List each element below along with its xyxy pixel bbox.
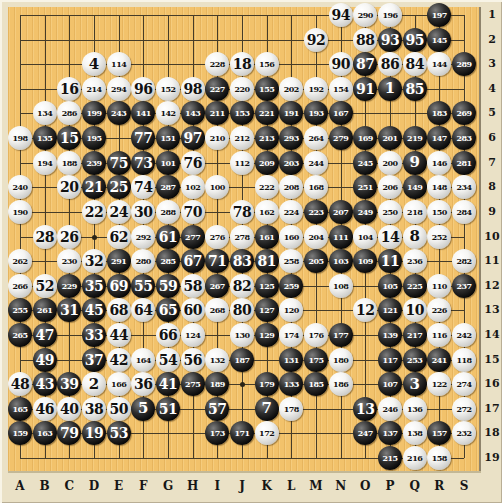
stone-K10[interactable]: 161 <box>255 225 279 249</box>
stone-R1[interactable]: 197 <box>427 3 451 27</box>
stone-I16[interactable]: 189 <box>205 372 229 396</box>
stone-L14[interactable]: 174 <box>279 323 303 347</box>
stone-P19[interactable]: 215 <box>378 446 402 470</box>
stone-J10[interactable]: 278 <box>230 225 254 249</box>
board-bottom-shadow <box>8 471 481 473</box>
row-label-18: 18 <box>484 426 500 439</box>
stone-P12[interactable]: 105 <box>378 274 402 298</box>
stone-P13[interactable]: 121 <box>378 298 402 322</box>
stone-J18[interactable]: 171 <box>230 421 254 445</box>
stone-P7[interactable]: 200 <box>378 151 402 175</box>
stone-N6[interactable]: 279 <box>329 126 353 150</box>
stone-R19[interactable]: 158 <box>427 446 451 470</box>
stone-J5[interactable]: 153 <box>230 101 254 125</box>
column-label-F: F <box>133 479 153 493</box>
stone-G8[interactable]: 287 <box>156 175 180 199</box>
stone-Q12[interactable]: 225 <box>403 274 427 298</box>
stone-C18[interactable]: 79 <box>57 421 81 445</box>
stone-N1[interactable]: 94 <box>329 3 353 27</box>
row-label-5: 5 <box>484 106 500 119</box>
stone-B17[interactable]: 46 <box>33 397 57 421</box>
stone-O6[interactable]: 169 <box>353 126 377 150</box>
stone-G13[interactable]: 65 <box>156 298 180 322</box>
stone-H16[interactable]: 275 <box>181 372 205 396</box>
stone-S18[interactable]: 232 <box>452 421 476 445</box>
stone-M15[interactable]: 175 <box>304 348 328 372</box>
star-point <box>240 382 245 387</box>
stone-Q6[interactable]: 219 <box>403 126 427 150</box>
stone-S15[interactable]: 118 <box>452 348 476 372</box>
column-label-Q: Q <box>405 479 425 493</box>
stone-S9[interactable]: 284 <box>452 200 476 224</box>
stone-O13[interactable]: 12 <box>353 298 377 322</box>
stone-K3[interactable]: 156 <box>255 52 279 76</box>
stone-C12[interactable]: 229 <box>57 274 81 298</box>
stone-B16[interactable]: 43 <box>33 372 57 396</box>
stone-D12[interactable]: 35 <box>82 274 106 298</box>
stone-J11[interactable]: 83 <box>230 249 254 273</box>
stone-C10[interactable]: 26 <box>57 225 81 249</box>
row-label-15: 15 <box>484 353 500 366</box>
stone-F7[interactable]: 73 <box>131 151 155 175</box>
stone-N16[interactable]: 186 <box>329 372 353 396</box>
stone-G14[interactable]: 66 <box>156 323 180 347</box>
stone-M14[interactable]: 176 <box>304 323 328 347</box>
stone-H6[interactable]: 97 <box>181 126 205 150</box>
stone-O17[interactable]: 13 <box>353 397 377 421</box>
stone-I4[interactable]: 227 <box>205 77 229 101</box>
stone-B5[interactable]: 134 <box>33 101 57 125</box>
stone-O2[interactable]: 88 <box>353 28 377 52</box>
stone-Q17[interactable]: 136 <box>403 397 427 421</box>
stone-M7[interactable]: 244 <box>304 151 328 175</box>
stone-L13[interactable]: 120 <box>279 298 303 322</box>
stone-Q8[interactable]: 149 <box>403 175 427 199</box>
stone-H9[interactable]: 70 <box>181 200 205 224</box>
stone-N14[interactable]: 177 <box>329 323 353 347</box>
stone-R6[interactable]: 147 <box>427 126 451 150</box>
stone-K7[interactable]: 209 <box>255 151 279 175</box>
row-label-14: 14 <box>484 328 500 341</box>
row-label-10: 10 <box>484 230 500 243</box>
stone-I18[interactable]: 173 <box>205 421 229 445</box>
stone-R18[interactable]: 157 <box>427 421 451 445</box>
stone-J7[interactable]: 112 <box>230 151 254 175</box>
stone-H15[interactable]: 56 <box>181 348 205 372</box>
stone-N9[interactable]: 207 <box>329 200 353 224</box>
stone-L7[interactable]: 203 <box>279 151 303 175</box>
stone-B7[interactable]: 194 <box>33 151 57 175</box>
stone-L5[interactable]: 191 <box>279 101 303 125</box>
stone-E8[interactable]: 25 <box>107 175 131 199</box>
stone-E15[interactable]: 42 <box>107 348 131 372</box>
stone-E7[interactable]: 75 <box>107 151 131 175</box>
column-label-P: P <box>380 479 400 493</box>
stone-Q10[interactable]: 8 <box>403 225 427 249</box>
stone-F6[interactable]: 77 <box>131 126 155 150</box>
stone-D3[interactable]: 4 <box>82 52 106 76</box>
stone-E14[interactable]: 44 <box>107 323 131 347</box>
stone-P6[interactable]: 201 <box>378 126 402 150</box>
stone-C11[interactable]: 230 <box>57 249 81 273</box>
stone-H13[interactable]: 60 <box>181 298 205 322</box>
column-label-C: C <box>59 479 79 493</box>
stone-J13[interactable]: 80 <box>230 298 254 322</box>
stone-B12[interactable]: 52 <box>33 274 57 298</box>
stone-R2[interactable]: 145 <box>427 28 451 52</box>
stone-O1[interactable]: 290 <box>353 3 377 27</box>
column-label-I: I <box>207 479 227 493</box>
stone-K13[interactable]: 127 <box>255 298 279 322</box>
stone-A6[interactable]: 198 <box>8 126 32 150</box>
row-label-8: 8 <box>484 180 500 193</box>
stone-F10[interactable]: 292 <box>131 225 155 249</box>
stone-R13[interactable]: 226 <box>427 298 451 322</box>
row-label-17: 17 <box>484 402 500 415</box>
stone-D5[interactable]: 199 <box>82 101 106 125</box>
column-label-L: L <box>281 479 301 493</box>
goban[interactable]: 9429019619792889395145411422818156908786… <box>8 7 481 473</box>
stone-N11[interactable]: 103 <box>329 249 353 273</box>
stone-O9[interactable]: 249 <box>353 200 377 224</box>
stone-A12[interactable]: 266 <box>8 274 32 298</box>
stone-Q7[interactable]: 9 <box>403 151 427 175</box>
stone-R14[interactable]: 116 <box>427 323 451 347</box>
stone-R16[interactable]: 122 <box>427 372 451 396</box>
row-label-4: 4 <box>484 82 500 95</box>
stone-M4[interactable]: 192 <box>304 77 328 101</box>
stone-S14[interactable]: 242 <box>452 323 476 347</box>
stone-D4[interactable]: 214 <box>82 77 106 101</box>
stone-J6[interactable]: 212 <box>230 126 254 150</box>
stone-P17[interactable]: 246 <box>378 397 402 421</box>
stone-S16[interactable]: 274 <box>452 372 476 396</box>
stone-K17[interactable]: 7 <box>255 397 279 421</box>
stone-F9[interactable]: 30 <box>131 200 155 224</box>
row-label-16: 16 <box>484 377 500 390</box>
stone-Q11[interactable]: 236 <box>403 249 427 273</box>
column-label-O: O <box>355 479 375 493</box>
stone-G16[interactable]: 41 <box>156 372 180 396</box>
stone-I11[interactable]: 71 <box>205 249 229 273</box>
stone-K4[interactable]: 155 <box>255 77 279 101</box>
stone-A11[interactable]: 262 <box>8 249 32 273</box>
stone-B6[interactable]: 135 <box>33 126 57 150</box>
stone-E17[interactable]: 50 <box>107 397 131 421</box>
stone-H8[interactable]: 102 <box>181 175 205 199</box>
stone-B18[interactable]: 163 <box>33 421 57 445</box>
stone-G12[interactable]: 59 <box>156 274 180 298</box>
stone-D13[interactable]: 45 <box>82 298 106 322</box>
column-label-K: K <box>257 479 277 493</box>
stone-M5[interactable]: 193 <box>304 101 328 125</box>
stone-Q3[interactable]: 84 <box>403 52 427 76</box>
stone-E9[interactable]: 24 <box>107 200 131 224</box>
stone-D6[interactable]: 195 <box>82 126 106 150</box>
stone-S6[interactable]: 283 <box>452 126 476 150</box>
stone-N10[interactable]: 111 <box>329 225 353 249</box>
stone-F15[interactable]: 164 <box>131 348 155 372</box>
stone-L15[interactable]: 131 <box>279 348 303 372</box>
stone-P15[interactable]: 117 <box>378 348 402 372</box>
stone-P3[interactable]: 86 <box>378 52 402 76</box>
stone-K5[interactable]: 221 <box>255 101 279 125</box>
stone-Q4[interactable]: 85 <box>403 77 427 101</box>
stone-G17[interactable]: 51 <box>156 397 180 421</box>
stone-G5[interactable]: 142 <box>156 101 180 125</box>
stone-L16[interactable]: 133 <box>279 372 303 396</box>
stone-O7[interactable]: 245 <box>353 151 377 175</box>
row-label-12: 12 <box>484 279 500 292</box>
stone-K14[interactable]: 129 <box>255 323 279 347</box>
stone-P11[interactable]: 11 <box>378 249 402 273</box>
stone-G4[interactable]: 152 <box>156 77 180 101</box>
stone-N15[interactable]: 180 <box>329 348 353 372</box>
stone-E3[interactable]: 114 <box>107 52 131 76</box>
stone-O3[interactable]: 87 <box>353 52 377 76</box>
stone-L10[interactable]: 160 <box>279 225 303 249</box>
stone-D7[interactable]: 239 <box>82 151 106 175</box>
stone-I17[interactable]: 57 <box>205 397 229 421</box>
stone-G15[interactable]: 54 <box>156 348 180 372</box>
stone-R15[interactable]: 241 <box>427 348 451 372</box>
column-label-D: D <box>84 479 104 493</box>
stone-M16[interactable]: 185 <box>304 372 328 396</box>
stone-H14[interactable]: 124 <box>181 323 205 347</box>
stone-F12[interactable]: 55 <box>131 274 155 298</box>
stone-Q18[interactable]: 138 <box>403 421 427 445</box>
stone-M2[interactable]: 92 <box>304 28 328 52</box>
column-label-E: E <box>109 479 129 493</box>
row-label-7: 7 <box>484 156 500 169</box>
row-label-2: 2 <box>484 33 500 46</box>
stone-P4[interactable]: 1 <box>378 77 402 101</box>
stone-F11[interactable]: 280 <box>131 249 155 273</box>
stone-J3[interactable]: 18 <box>230 52 254 76</box>
stone-S3[interactable]: 289 <box>452 52 476 76</box>
stone-F13[interactable]: 64 <box>131 298 155 322</box>
stone-I3[interactable]: 228 <box>205 52 229 76</box>
stone-Q14[interactable]: 217 <box>403 323 427 347</box>
stone-H7[interactable]: 76 <box>181 151 205 175</box>
stone-O10[interactable]: 104 <box>353 225 377 249</box>
stone-C13[interactable]: 31 <box>57 298 81 322</box>
row-label-1: 1 <box>484 8 500 21</box>
stone-S11[interactable]: 282 <box>452 249 476 273</box>
stone-F17[interactable]: 5 <box>131 397 155 421</box>
row-label-9: 9 <box>484 205 500 218</box>
stone-S8[interactable]: 234 <box>452 175 476 199</box>
stone-J9[interactable]: 78 <box>230 200 254 224</box>
stone-A14[interactable]: 265 <box>8 323 32 347</box>
column-label-B: B <box>35 479 55 493</box>
stone-L9[interactable]: 224 <box>279 200 303 224</box>
stone-D16[interactable]: 2 <box>82 372 106 396</box>
star-point <box>92 235 97 240</box>
stone-M10[interactable]: 204 <box>304 225 328 249</box>
stone-Q15[interactable]: 253 <box>403 348 427 372</box>
stone-G9[interactable]: 288 <box>156 200 180 224</box>
stone-S7[interactable]: 281 <box>452 151 476 175</box>
column-label-N: N <box>331 479 351 493</box>
stone-R8[interactable]: 148 <box>427 175 451 199</box>
stone-A16[interactable]: 48 <box>8 372 32 396</box>
stone-E12[interactable]: 69 <box>107 274 131 298</box>
stone-I10[interactable]: 276 <box>205 225 229 249</box>
column-label-H: H <box>183 479 203 493</box>
stone-F4[interactable]: 96 <box>131 77 155 101</box>
stone-S5[interactable]: 269 <box>452 101 476 125</box>
stone-M11[interactable]: 205 <box>304 249 328 273</box>
row-label-3: 3 <box>484 57 500 70</box>
stone-M8[interactable]: 168 <box>304 175 328 199</box>
stone-L12[interactable]: 259 <box>279 274 303 298</box>
row-label-11: 11 <box>484 254 500 267</box>
stone-G7[interactable]: 101 <box>156 151 180 175</box>
stone-R12[interactable]: 110 <box>427 274 451 298</box>
stone-M6[interactable]: 264 <box>304 126 328 150</box>
stone-C4[interactable]: 16 <box>57 77 81 101</box>
stone-S17[interactable]: 272 <box>452 397 476 421</box>
stone-D17[interactable]: 38 <box>82 397 106 421</box>
stone-D8[interactable]: 21 <box>82 175 106 199</box>
stone-P14[interactable]: 139 <box>378 323 402 347</box>
stone-B10[interactable]: 28 <box>33 225 57 249</box>
stone-H5[interactable]: 143 <box>181 101 205 125</box>
stone-Q16[interactable]: 3 <box>403 372 427 396</box>
stone-C8[interactable]: 20 <box>57 175 81 199</box>
stone-G11[interactable]: 285 <box>156 249 180 273</box>
stone-C17[interactable]: 40 <box>57 397 81 421</box>
stone-R5[interactable]: 183 <box>427 101 451 125</box>
stone-H4[interactable]: 98 <box>181 77 205 101</box>
stone-R10[interactable]: 252 <box>427 225 451 249</box>
stone-Q13[interactable]: 10 <box>403 298 427 322</box>
stone-M9[interactable]: 223 <box>304 200 328 224</box>
column-label-A: A <box>10 479 30 493</box>
stone-I8[interactable]: 100 <box>205 175 229 199</box>
stone-C6[interactable]: 15 <box>57 126 81 150</box>
stone-L4[interactable]: 202 <box>279 77 303 101</box>
stone-R9[interactable]: 150 <box>427 200 451 224</box>
stone-J12[interactable]: 82 <box>230 274 254 298</box>
stone-O4[interactable]: 91 <box>353 77 377 101</box>
stone-N12[interactable]: 108 <box>329 274 353 298</box>
stone-H10[interactable]: 277 <box>181 225 205 249</box>
stone-Q2[interactable]: 95 <box>403 28 427 52</box>
stone-H11[interactable]: 67 <box>181 249 205 273</box>
stone-S12[interactable]: 237 <box>452 274 476 298</box>
stone-A9[interactable]: 190 <box>8 200 32 224</box>
stone-I12[interactable]: 267 <box>205 274 229 298</box>
stone-E4[interactable]: 294 <box>107 77 131 101</box>
stone-E5[interactable]: 243 <box>107 101 131 125</box>
stone-J4[interactable]: 220 <box>230 77 254 101</box>
stone-O11[interactable]: 109 <box>353 249 377 273</box>
stone-E10[interactable]: 62 <box>107 225 131 249</box>
stone-K18[interactable]: 172 <box>255 421 279 445</box>
stone-A18[interactable]: 159 <box>8 421 32 445</box>
stone-N5[interactable]: 167 <box>329 101 353 125</box>
stone-K6[interactable]: 213 <box>255 126 279 150</box>
stone-J14[interactable]: 130 <box>230 323 254 347</box>
stone-K16[interactable]: 179 <box>255 372 279 396</box>
stone-L6[interactable]: 293 <box>279 126 303 150</box>
stone-D15[interactable]: 37 <box>82 348 106 372</box>
stone-I15[interactable]: 132 <box>205 348 229 372</box>
column-label-S: S <box>454 479 474 493</box>
column-label-M: M <box>306 479 326 493</box>
stone-H12[interactable]: 58 <box>181 274 205 298</box>
column-label-R: R <box>429 479 449 493</box>
stone-C5[interactable]: 286 <box>57 101 81 125</box>
stone-K8[interactable]: 222 <box>255 175 279 199</box>
stone-E16[interactable]: 166 <box>107 372 131 396</box>
row-label-6: 6 <box>484 131 500 144</box>
stone-I5[interactable]: 211 <box>205 101 229 125</box>
stone-Q19[interactable]: 216 <box>403 446 427 470</box>
stone-P1[interactable]: 196 <box>378 3 402 27</box>
stone-B15[interactable]: 49 <box>33 348 57 372</box>
stone-F5[interactable]: 141 <box>131 101 155 125</box>
stone-J15[interactable]: 187 <box>230 348 254 372</box>
stone-L17[interactable]: 178 <box>279 397 303 421</box>
stone-N3[interactable]: 90 <box>329 52 353 76</box>
stone-E11[interactable]: 291 <box>107 249 131 273</box>
stone-D14[interactable]: 33 <box>82 323 106 347</box>
stone-C16[interactable]: 39 <box>57 372 81 396</box>
row-label-13: 13 <box>484 303 500 316</box>
stone-D18[interactable]: 19 <box>82 421 106 445</box>
stone-K9[interactable]: 162 <box>255 200 279 224</box>
stone-A17[interactable]: 165 <box>8 397 32 421</box>
stone-B14[interactable]: 47 <box>33 323 57 347</box>
stone-G6[interactable]: 151 <box>156 126 180 150</box>
row-label-19: 19 <box>484 451 500 464</box>
column-label-G: G <box>158 479 178 493</box>
stone-A13[interactable]: 255 <box>8 298 32 322</box>
stone-I13[interactable]: 268 <box>205 298 229 322</box>
stone-P18[interactable]: 137 <box>378 421 402 445</box>
stone-Q9[interactable]: 218 <box>403 200 427 224</box>
stone-P16[interactable]: 107 <box>378 372 402 396</box>
stone-E18[interactable]: 53 <box>107 421 131 445</box>
stone-I6[interactable]: 210 <box>205 126 229 150</box>
stone-C7[interactable]: 188 <box>57 151 81 175</box>
stone-P2[interactable]: 93 <box>378 28 402 52</box>
stone-F8[interactable]: 74 <box>131 175 155 199</box>
stone-L8[interactable]: 208 <box>279 175 303 199</box>
stone-P8[interactable]: 206 <box>378 175 402 199</box>
stone-B13[interactable]: 261 <box>33 298 57 322</box>
stone-R3[interactable]: 144 <box>427 52 451 76</box>
stone-F16[interactable]: 36 <box>131 372 155 396</box>
stone-P9[interactable]: 250 <box>378 200 402 224</box>
stone-K12[interactable]: 125 <box>255 274 279 298</box>
stone-L11[interactable]: 258 <box>279 249 303 273</box>
stone-K11[interactable]: 81 <box>255 249 279 273</box>
stone-P10[interactable]: 14 <box>378 225 402 249</box>
stone-A8[interactable]: 240 <box>8 175 32 199</box>
stone-N4[interactable]: 154 <box>329 77 353 101</box>
stone-D11[interactable]: 32 <box>82 249 106 273</box>
stone-E13[interactable]: 68 <box>107 298 131 322</box>
stone-O8[interactable]: 251 <box>353 175 377 199</box>
stone-G10[interactable]: 61 <box>156 225 180 249</box>
stone-D9[interactable]: 22 <box>82 200 106 224</box>
stone-O18[interactable]: 247 <box>353 421 377 445</box>
stone-R7[interactable]: 146 <box>427 151 451 175</box>
